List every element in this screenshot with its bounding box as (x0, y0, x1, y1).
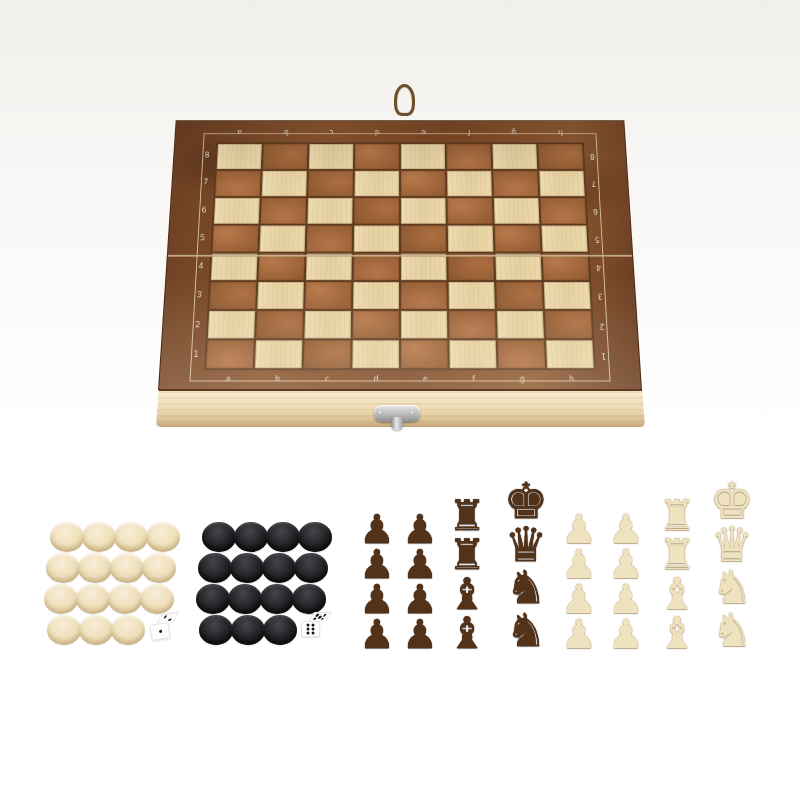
light-piece-column-3: ♜♜♝♝ (657, 496, 696, 652)
light-piece-column-2: ♟♟♟♟ (608, 512, 644, 652)
light-chess-pieces-tray: ♟♟♟♟♟♟♟♟♜♜♝♝♚♛♞♞ (0, 0, 800, 652)
light-piece-column-4: ♚♛♞♞ (710, 479, 755, 652)
light-bishop[interactable]: ♝ (657, 613, 696, 652)
product-photo-scene: abcdefgh abcdefgh 87654321 87654321 ♟♟♟♟… (0, 0, 800, 800)
light-pawn[interactable]: ♟ (608, 617, 644, 652)
light-knight[interactable]: ♞ (711, 609, 752, 652)
light-pawn[interactable]: ♟ (561, 617, 597, 652)
light-piece-column-1: ♟♟♟♟ (561, 512, 597, 652)
